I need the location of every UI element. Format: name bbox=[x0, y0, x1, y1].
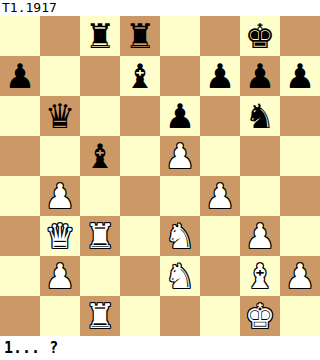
square-d7[interactable]: ♝ bbox=[120, 56, 160, 96]
square-g8[interactable]: ♚ bbox=[240, 16, 280, 56]
square-d6[interactable] bbox=[120, 96, 160, 136]
square-f6[interactable] bbox=[200, 96, 240, 136]
black-pawn-f7: ♟ bbox=[205, 56, 235, 96]
square-h5[interactable] bbox=[280, 136, 320, 176]
square-g1[interactable]: ♚ bbox=[240, 296, 280, 336]
white-knight-e3: ♞ bbox=[165, 216, 195, 256]
white-pawn-b2: ♟ bbox=[45, 256, 75, 296]
square-d1[interactable] bbox=[120, 296, 160, 336]
square-g3[interactable]: ♟ bbox=[240, 216, 280, 256]
square-b1[interactable] bbox=[40, 296, 80, 336]
square-d3[interactable] bbox=[120, 216, 160, 256]
square-g5[interactable] bbox=[240, 136, 280, 176]
square-e7[interactable] bbox=[160, 56, 200, 96]
square-h1[interactable] bbox=[280, 296, 320, 336]
white-pawn-h2: ♟ bbox=[285, 256, 315, 296]
square-c1[interactable]: ♜ bbox=[80, 296, 120, 336]
square-e2[interactable]: ♞ bbox=[160, 256, 200, 296]
white-bishop-g2: ♝ bbox=[245, 256, 275, 296]
square-g6[interactable]: ♞ bbox=[240, 96, 280, 136]
square-a5[interactable] bbox=[0, 136, 40, 176]
square-h6[interactable] bbox=[280, 96, 320, 136]
square-e3[interactable]: ♞ bbox=[160, 216, 200, 256]
square-h3[interactable] bbox=[280, 216, 320, 256]
square-c8[interactable]: ♜ bbox=[80, 16, 120, 56]
move-prompt: 1... ? bbox=[0, 336, 320, 360]
white-pawn-f4: ♟ bbox=[205, 176, 235, 216]
square-g7[interactable]: ♟ bbox=[240, 56, 280, 96]
square-b2[interactable]: ♟ bbox=[40, 256, 80, 296]
white-queen-b3: ♛ bbox=[45, 216, 75, 256]
square-a3[interactable] bbox=[0, 216, 40, 256]
black-bishop-d7: ♝ bbox=[125, 56, 155, 96]
square-a2[interactable] bbox=[0, 256, 40, 296]
white-knight-e2: ♞ bbox=[165, 256, 195, 296]
black-pawn-g7: ♟ bbox=[245, 56, 275, 96]
square-d5[interactable] bbox=[120, 136, 160, 176]
square-h8[interactable] bbox=[280, 16, 320, 56]
square-f4[interactable]: ♟ bbox=[200, 176, 240, 216]
square-g4[interactable] bbox=[240, 176, 280, 216]
black-bishop-c5: ♝ bbox=[85, 136, 115, 176]
square-f2[interactable] bbox=[200, 256, 240, 296]
square-a7[interactable]: ♟ bbox=[0, 56, 40, 96]
square-b5[interactable] bbox=[40, 136, 80, 176]
square-e5[interactable]: ♟ bbox=[160, 136, 200, 176]
black-knight-g6: ♞ bbox=[245, 96, 275, 136]
square-b4[interactable]: ♟ bbox=[40, 176, 80, 216]
white-pawn-e5: ♟ bbox=[165, 136, 195, 176]
square-f8[interactable] bbox=[200, 16, 240, 56]
square-a4[interactable] bbox=[0, 176, 40, 216]
square-e6[interactable]: ♟ bbox=[160, 96, 200, 136]
square-h7[interactable]: ♟ bbox=[280, 56, 320, 96]
black-queen-b6: ♛ bbox=[45, 96, 75, 136]
square-b7[interactable] bbox=[40, 56, 80, 96]
square-c3[interactable]: ♜ bbox=[80, 216, 120, 256]
black-rook-d8: ♜ bbox=[125, 16, 155, 56]
square-b6[interactable]: ♛ bbox=[40, 96, 80, 136]
white-king-g1: ♚ bbox=[245, 296, 275, 336]
black-pawn-e6: ♟ bbox=[165, 96, 195, 136]
white-rook-c3: ♜ bbox=[85, 216, 115, 256]
square-c2[interactable] bbox=[80, 256, 120, 296]
chess-board: ♜♜♚♟♝♟♟♟♛♟♞♝♟♟♟♛♜♞♟♟♞♝♟♜♚ bbox=[0, 16, 320, 336]
square-a6[interactable] bbox=[0, 96, 40, 136]
square-b3[interactable]: ♛ bbox=[40, 216, 80, 256]
square-a8[interactable] bbox=[0, 16, 40, 56]
square-e4[interactable] bbox=[160, 176, 200, 216]
square-h2[interactable]: ♟ bbox=[280, 256, 320, 296]
black-pawn-a7: ♟ bbox=[5, 56, 35, 96]
white-pawn-b4: ♟ bbox=[45, 176, 75, 216]
chess-diagram-page: T1.1917 ♜♜♚♟♝♟♟♟♛♟♞♝♟♟♟♛♜♞♟♟♞♝♟♜♚ 1... ? bbox=[0, 0, 320, 360]
square-a1[interactable] bbox=[0, 296, 40, 336]
square-c6[interactable] bbox=[80, 96, 120, 136]
square-c7[interactable] bbox=[80, 56, 120, 96]
puzzle-title: T1.1917 bbox=[0, 0, 320, 16]
white-rook-c1: ♜ bbox=[85, 296, 115, 336]
square-f7[interactable]: ♟ bbox=[200, 56, 240, 96]
square-b8[interactable] bbox=[40, 16, 80, 56]
square-f1[interactable] bbox=[200, 296, 240, 336]
square-f3[interactable] bbox=[200, 216, 240, 256]
square-g2[interactable]: ♝ bbox=[240, 256, 280, 296]
square-d2[interactable] bbox=[120, 256, 160, 296]
square-e8[interactable] bbox=[160, 16, 200, 56]
square-e1[interactable] bbox=[160, 296, 200, 336]
black-king-g8: ♚ bbox=[245, 16, 275, 56]
square-d4[interactable] bbox=[120, 176, 160, 216]
square-h4[interactable] bbox=[280, 176, 320, 216]
square-d8[interactable]: ♜ bbox=[120, 16, 160, 56]
square-f5[interactable] bbox=[200, 136, 240, 176]
black-rook-c8: ♜ bbox=[85, 16, 115, 56]
square-c5[interactable]: ♝ bbox=[80, 136, 120, 176]
black-pawn-h7: ♟ bbox=[285, 56, 315, 96]
square-c4[interactable] bbox=[80, 176, 120, 216]
white-pawn-g3: ♟ bbox=[245, 216, 275, 256]
